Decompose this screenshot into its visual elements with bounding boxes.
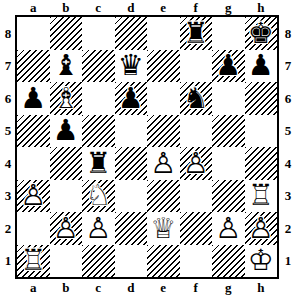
square-a8	[17, 17, 50, 50]
square-e1	[147, 245, 180, 278]
square-c7	[82, 50, 115, 83]
white-pawn: ♟♙	[245, 212, 278, 245]
square-f2	[180, 212, 213, 245]
square-c4: ♜♜	[82, 147, 115, 180]
white-pawn: ♟♙	[50, 212, 83, 245]
black-pawn: ♟♟	[245, 50, 278, 83]
file-label-e: e	[147, 0, 180, 15]
square-g1	[212, 245, 245, 278]
square-e5	[147, 115, 180, 148]
white-rook: ♜♖	[17, 245, 50, 278]
black-pawn: ♟♟	[115, 82, 148, 115]
black-pawn: ♟♟	[212, 50, 245, 83]
file-labels-bottom: abcdefgh	[17, 279, 277, 295]
square-c8	[82, 17, 115, 50]
white-pawn: ♟♙	[147, 147, 180, 180]
square-d3	[115, 180, 148, 213]
rank-label-7: 7	[0, 50, 16, 83]
black-king: ♚♚	[245, 17, 278, 50]
square-e7	[147, 50, 180, 83]
square-e3	[147, 180, 180, 213]
file-label-d: d	[115, 0, 148, 15]
white-pawn: ♟♙	[17, 180, 50, 213]
square-a7	[17, 50, 50, 83]
white-queen: ♛♕	[147, 212, 180, 245]
file-label-h: h	[245, 279, 278, 295]
square-a1: ♜♖	[17, 245, 50, 278]
chess-diagram: abcdefgh 87654321 87654321 ♜♜♚♚♝♝♛♛♟♟♟♟♟…	[0, 0, 295, 295]
rank-label-4: 4	[280, 147, 295, 180]
file-label-a: a	[17, 279, 50, 295]
black-bishop: ♝♝	[50, 50, 83, 83]
square-d4	[115, 147, 148, 180]
square-b8	[50, 17, 83, 50]
rank-label-2: 2	[280, 212, 295, 245]
square-g8	[212, 17, 245, 50]
rank-label-6: 6	[0, 82, 16, 115]
square-f6: ♞♞	[180, 82, 213, 115]
rank-label-2: 2	[0, 212, 16, 245]
file-label-e: e	[147, 279, 180, 295]
square-h6	[245, 82, 278, 115]
white-bishop: ♝♗	[50, 82, 83, 115]
square-h8: ♚♚	[245, 17, 278, 50]
square-a2	[17, 212, 50, 245]
rank-label-8: 8	[280, 17, 295, 50]
square-d8	[115, 17, 148, 50]
square-b7: ♝♝	[50, 50, 83, 83]
square-g4	[212, 147, 245, 180]
square-a6: ♟♟	[17, 82, 50, 115]
square-f5	[180, 115, 213, 148]
square-f3	[180, 180, 213, 213]
square-a4	[17, 147, 50, 180]
square-b3	[50, 180, 83, 213]
square-f4: ♟♙	[180, 147, 213, 180]
file-label-c: c	[82, 0, 115, 15]
square-e6	[147, 82, 180, 115]
white-knight: ♞♘	[82, 180, 115, 213]
square-c2: ♟♙	[82, 212, 115, 245]
square-e8	[147, 17, 180, 50]
white-pawn: ♟♙	[82, 212, 115, 245]
white-pawn: ♟♙	[180, 147, 213, 180]
square-h2: ♟♙	[245, 212, 278, 245]
square-c3: ♞♘	[82, 180, 115, 213]
file-label-h: h	[245, 0, 278, 15]
black-queen: ♛♛	[115, 50, 148, 83]
rank-labels-right: 87654321	[280, 17, 295, 277]
rank-label-1: 1	[0, 245, 16, 278]
square-g6	[212, 82, 245, 115]
black-knight: ♞♞	[180, 82, 213, 115]
square-h5	[245, 115, 278, 148]
rank-label-6: 6	[280, 82, 295, 115]
square-h4	[245, 147, 278, 180]
file-label-c: c	[82, 279, 115, 295]
square-b2: ♟♙	[50, 212, 83, 245]
square-g3	[212, 180, 245, 213]
file-label-f: f	[180, 0, 213, 15]
square-b4	[50, 147, 83, 180]
square-h3: ♜♖	[245, 180, 278, 213]
square-e2: ♛♕	[147, 212, 180, 245]
file-labels-top: abcdefgh	[17, 0, 277, 15]
rank-label-5: 5	[280, 115, 295, 148]
rank-label-3: 3	[280, 180, 295, 213]
square-b1	[50, 245, 83, 278]
square-b6: ♝♗	[50, 82, 83, 115]
square-d5	[115, 115, 148, 148]
file-label-a: a	[17, 0, 50, 15]
square-d2	[115, 212, 148, 245]
rank-labels-left: 87654321	[0, 17, 16, 277]
square-h7: ♟♟	[245, 50, 278, 83]
square-f8: ♜♜	[180, 17, 213, 50]
square-c1	[82, 245, 115, 278]
square-e4: ♟♙	[147, 147, 180, 180]
square-b5: ♟♟	[50, 115, 83, 148]
file-label-g: g	[212, 279, 245, 295]
square-g2: ♟♙	[212, 212, 245, 245]
rank-label-5: 5	[0, 115, 16, 148]
square-c5	[82, 115, 115, 148]
square-g5	[212, 115, 245, 148]
white-pawn: ♟♙	[212, 212, 245, 245]
square-d6: ♟♟	[115, 82, 148, 115]
rank-label-3: 3	[0, 180, 16, 213]
square-d7: ♛♛	[115, 50, 148, 83]
square-h1: ♚♔	[245, 245, 278, 278]
square-c6	[82, 82, 115, 115]
white-rook: ♜♖	[245, 180, 278, 213]
black-pawn: ♟♟	[17, 82, 50, 115]
black-pawn: ♟♟	[50, 115, 83, 148]
rank-label-7: 7	[280, 50, 295, 83]
square-a3: ♟♙	[17, 180, 50, 213]
black-rook: ♜♜	[82, 147, 115, 180]
square-f7	[180, 50, 213, 83]
white-king: ♚♔	[245, 245, 278, 278]
square-g7: ♟♟	[212, 50, 245, 83]
file-label-d: d	[115, 279, 148, 295]
square-a5	[17, 115, 50, 148]
rank-label-4: 4	[0, 147, 16, 180]
chess-board: ♜♜♚♚♝♝♛♛♟♟♟♟♟♟♝♗♟♟♞♞♟♟♜♜♟♙♟♙♟♙♞♘♜♖♟♙♟♙♛♕…	[15, 15, 279, 279]
square-d1	[115, 245, 148, 278]
square-f1	[180, 245, 213, 278]
black-rook: ♜♜	[180, 17, 213, 50]
file-label-f: f	[180, 279, 213, 295]
file-label-b: b	[50, 0, 83, 15]
file-label-g: g	[212, 0, 245, 15]
rank-label-8: 8	[0, 17, 16, 50]
file-label-b: b	[50, 279, 83, 295]
rank-label-1: 1	[280, 245, 295, 278]
